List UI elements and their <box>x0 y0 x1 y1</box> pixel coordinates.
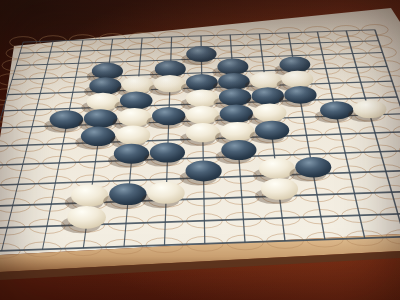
white-stone <box>67 206 106 229</box>
black-stone <box>220 105 253 123</box>
white-stone <box>186 89 219 107</box>
black-stone <box>150 143 185 163</box>
black-stone <box>186 161 222 182</box>
black-stone <box>186 74 218 91</box>
white-stone <box>282 71 314 88</box>
white-stone <box>87 93 120 111</box>
black-stone <box>186 46 216 62</box>
white-stone <box>253 104 286 122</box>
black-stone <box>50 110 84 129</box>
white-stone <box>154 75 186 92</box>
black-stone <box>295 157 331 178</box>
black-stone <box>284 86 316 104</box>
black-stone <box>320 101 353 119</box>
black-stone <box>280 56 311 72</box>
white-stone <box>71 185 108 207</box>
white-stone <box>116 126 150 145</box>
white-stone <box>353 100 386 118</box>
black-stone <box>89 77 121 94</box>
black-stone <box>252 87 284 105</box>
black-stone <box>84 109 118 128</box>
black-stone <box>92 63 123 80</box>
black-stone <box>218 73 250 90</box>
black-stone <box>114 144 149 164</box>
black-stone <box>155 61 186 78</box>
white-stone <box>147 182 184 204</box>
white-stone <box>118 108 151 127</box>
black-stone <box>152 107 185 125</box>
white-stone <box>186 123 220 142</box>
black-stone <box>109 183 146 205</box>
white-stone <box>261 178 298 200</box>
black-stone <box>255 121 289 140</box>
black-stone <box>81 127 115 146</box>
black-stone <box>221 140 256 160</box>
white-stone <box>122 76 154 93</box>
white-stone <box>220 122 254 141</box>
white-stone <box>186 106 219 124</box>
black-stone <box>217 58 248 75</box>
white-stone <box>259 158 295 179</box>
photo-scene: overhead-angle photo of a 13x13 go board… <box>0 0 400 300</box>
black-stone <box>120 92 153 110</box>
black-stone <box>219 88 251 106</box>
go-board <box>0 0 400 300</box>
white-stone <box>250 72 282 89</box>
